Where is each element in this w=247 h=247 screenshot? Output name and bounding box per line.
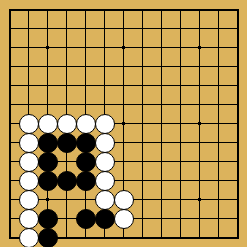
white-stone[interactable] — [95, 171, 115, 191]
board-point[interactable] — [152, 57, 171, 76]
grid-line-horizontal — [133, 9, 152, 11]
grid-line-horizontal — [171, 66, 190, 67]
board-point[interactable] — [19, 95, 38, 114]
board-point[interactable] — [190, 133, 209, 152]
grid-line-vertical — [237, 190, 239, 209]
grid-line-horizontal — [152, 104, 171, 105]
grid-line-vertical — [180, 190, 181, 209]
black-stone[interactable] — [38, 133, 58, 153]
board-point[interactable] — [19, 57, 38, 76]
board-point[interactable] — [209, 133, 228, 152]
grid-line-horizontal — [190, 9, 209, 11]
white-stone[interactable] — [19, 209, 39, 229]
board-point[interactable] — [95, 38, 114, 57]
board-point[interactable] — [114, 190, 133, 209]
black-stone[interactable] — [76, 152, 96, 172]
board-point[interactable] — [57, 114, 76, 133]
grid-line-vertical — [161, 114, 162, 133]
board-point[interactable] — [38, 76, 57, 95]
grid-line-horizontal — [133, 28, 152, 29]
white-stone[interactable] — [38, 114, 58, 134]
grid-line-horizontal — [9, 123, 20, 124]
board-point[interactable] — [76, 38, 95, 57]
board-point[interactable] — [133, 0, 152, 19]
white-stone[interactable] — [19, 114, 39, 134]
grid-line-vertical — [123, 114, 124, 133]
grid-line-horizontal — [57, 237, 76, 239]
black-stone[interactable] — [57, 133, 77, 153]
grid-line-horizontal — [152, 85, 171, 86]
grid-line-vertical — [237, 209, 239, 228]
grid-line-vertical — [123, 9, 124, 20]
board-point[interactable] — [57, 209, 76, 228]
board-point[interactable] — [133, 38, 152, 57]
board-point[interactable] — [76, 133, 95, 152]
board-point[interactable] — [171, 19, 190, 38]
board-point[interactable] — [228, 76, 247, 95]
board-point[interactable] — [171, 228, 190, 247]
board-point[interactable] — [133, 171, 152, 190]
board-point[interactable] — [190, 228, 209, 247]
board-point[interactable] — [76, 76, 95, 95]
grid-line-horizontal — [228, 66, 239, 67]
board-point[interactable] — [133, 76, 152, 95]
board-point[interactable] — [76, 114, 95, 133]
board-point[interactable] — [171, 57, 190, 76]
white-stone[interactable] — [95, 190, 115, 210]
board-point[interactable] — [209, 38, 228, 57]
board-point[interactable] — [190, 57, 209, 76]
board-point[interactable] — [38, 19, 57, 38]
board-point[interactable] — [38, 57, 57, 76]
grid-line-horizontal — [95, 28, 114, 29]
board-point[interactable] — [209, 57, 228, 76]
board-point[interactable] — [0, 0, 19, 19]
star-point — [198, 198, 201, 201]
grid-line-horizontal — [95, 237, 114, 239]
board-point[interactable] — [133, 19, 152, 38]
board-point[interactable] — [0, 38, 19, 57]
board-point[interactable] — [76, 171, 95, 190]
board-point[interactable] — [57, 95, 76, 114]
board-point[interactable] — [228, 19, 247, 38]
grid-line-vertical — [66, 76, 67, 95]
black-stone[interactable] — [76, 171, 96, 191]
board-point[interactable] — [19, 228, 38, 247]
white-stone[interactable] — [95, 152, 115, 172]
grid-line-horizontal — [190, 104, 209, 105]
grid-line-vertical — [66, 190, 67, 209]
board-point[interactable] — [95, 171, 114, 190]
white-stone[interactable] — [19, 228, 39, 247]
grid-line-horizontal — [133, 104, 152, 105]
grid-line-horizontal — [209, 104, 228, 105]
board-point[interactable] — [95, 57, 114, 76]
board-point[interactable] — [228, 38, 247, 57]
board-point[interactable] — [133, 190, 152, 209]
board-point[interactable] — [19, 76, 38, 95]
white-stone[interactable] — [57, 114, 77, 134]
board-point[interactable] — [171, 76, 190, 95]
board-point[interactable] — [38, 190, 57, 209]
board-point[interactable] — [38, 209, 57, 228]
black-stone[interactable] — [76, 133, 96, 153]
board-point[interactable] — [152, 152, 171, 171]
white-stone[interactable] — [114, 190, 134, 210]
grid-line-horizontal — [171, 199, 190, 200]
grid-line-horizontal — [190, 199, 209, 200]
board-point[interactable] — [57, 228, 76, 247]
grid-line-horizontal — [38, 47, 57, 48]
grid-line-vertical — [104, 57, 105, 76]
board-point[interactable] — [152, 0, 171, 19]
board-point[interactable] — [228, 228, 247, 247]
grid-line-horizontal — [190, 142, 209, 143]
board-point[interactable] — [57, 76, 76, 95]
board-point[interactable] — [209, 209, 228, 228]
board-point[interactable] — [114, 228, 133, 247]
grid-line-vertical — [123, 57, 124, 76]
grid-line-horizontal — [228, 199, 239, 200]
grid-line-horizontal — [76, 199, 95, 200]
board-point[interactable] — [95, 19, 114, 38]
white-stone[interactable] — [19, 190, 39, 210]
grid-line-vertical — [237, 95, 239, 114]
board-point[interactable] — [171, 133, 190, 152]
board-point[interactable] — [114, 76, 133, 95]
board-point[interactable] — [228, 133, 247, 152]
board-point[interactable] — [38, 114, 57, 133]
white-stone[interactable] — [19, 152, 39, 172]
board-point[interactable] — [19, 19, 38, 38]
board-point[interactable] — [133, 57, 152, 76]
grid-line-vertical — [142, 9, 143, 20]
board-point[interactable] — [95, 190, 114, 209]
grid-line-vertical — [161, 9, 162, 20]
grid-line-horizontal — [9, 142, 20, 143]
grid-line-horizontal — [152, 123, 171, 124]
grid-line-vertical — [9, 209, 11, 228]
grid-line-horizontal — [209, 47, 228, 48]
board-point[interactable] — [133, 228, 152, 247]
board-point[interactable] — [0, 152, 19, 171]
grid-line-vertical — [123, 152, 124, 171]
board-point[interactable] — [133, 209, 152, 228]
board-point[interactable] — [228, 57, 247, 76]
grid-line-horizontal — [9, 237, 20, 239]
grid-line-vertical — [28, 76, 29, 95]
grid-line-vertical — [237, 38, 239, 57]
star-point — [122, 122, 125, 125]
grid-line-horizontal — [228, 237, 239, 239]
grid-line-vertical — [47, 190, 48, 209]
board-point[interactable] — [38, 171, 57, 190]
white-stone[interactable] — [95, 114, 115, 134]
black-stone[interactable] — [57, 171, 77, 191]
board-point[interactable] — [38, 133, 57, 152]
board-point[interactable] — [38, 38, 57, 57]
board-point[interactable] — [209, 0, 228, 19]
grid-line-horizontal — [171, 180, 190, 181]
board-point[interactable] — [228, 190, 247, 209]
grid-line-vertical — [28, 9, 29, 20]
board-point[interactable] — [209, 190, 228, 209]
board-point[interactable] — [19, 190, 38, 209]
board-point[interactable] — [19, 209, 38, 228]
board-point[interactable] — [228, 114, 247, 133]
board-point[interactable] — [19, 38, 38, 57]
board-point[interactable] — [76, 190, 95, 209]
board-point[interactable] — [114, 0, 133, 19]
board-point[interactable] — [171, 209, 190, 228]
grid-line-horizontal — [228, 180, 239, 181]
board-point[interactable] — [152, 133, 171, 152]
board-point[interactable] — [114, 38, 133, 57]
grid-line-vertical — [180, 57, 181, 76]
white-stone[interactable] — [95, 133, 115, 153]
board-point[interactable] — [114, 133, 133, 152]
board-point[interactable] — [76, 209, 95, 228]
white-stone[interactable] — [19, 171, 39, 191]
grid-line-horizontal — [114, 28, 133, 29]
grid-line-vertical — [180, 152, 181, 171]
board-point[interactable] — [171, 114, 190, 133]
board-point[interactable] — [171, 171, 190, 190]
board-point[interactable] — [114, 19, 133, 38]
grid-line-horizontal — [9, 218, 20, 219]
board-point[interactable] — [19, 114, 38, 133]
board-point[interactable] — [114, 57, 133, 76]
board-point[interactable] — [38, 152, 57, 171]
grid-line-horizontal — [209, 66, 228, 67]
grid-line-vertical — [66, 228, 67, 239]
grid-line-horizontal — [171, 218, 190, 219]
board-point[interactable] — [152, 38, 171, 57]
board-point[interactable] — [133, 114, 152, 133]
board-point[interactable] — [114, 209, 133, 228]
board-point[interactable] — [114, 114, 133, 133]
grid-line-horizontal — [209, 28, 228, 29]
board-point[interactable] — [190, 190, 209, 209]
black-stone[interactable] — [38, 209, 58, 229]
grid-line-vertical — [218, 38, 219, 57]
star-point — [46, 198, 49, 201]
grid-line-horizontal — [38, 28, 57, 29]
board-point[interactable] — [95, 228, 114, 247]
board-point[interactable] — [190, 114, 209, 133]
black-stone[interactable] — [95, 209, 115, 229]
grid-line-vertical — [218, 76, 219, 95]
board-point[interactable] — [95, 95, 114, 114]
board-point[interactable] — [114, 95, 133, 114]
grid-line-vertical — [85, 95, 86, 114]
board-point[interactable] — [57, 190, 76, 209]
board-point[interactable] — [190, 0, 209, 19]
board-point[interactable] — [209, 95, 228, 114]
grid-line-vertical — [218, 209, 219, 228]
board-point[interactable] — [76, 95, 95, 114]
board-point[interactable] — [190, 76, 209, 95]
board-point[interactable] — [152, 171, 171, 190]
board-point[interactable] — [152, 209, 171, 228]
board-point[interactable] — [57, 57, 76, 76]
grid-line-vertical — [180, 114, 181, 133]
board-point[interactable] — [19, 0, 38, 19]
board-point[interactable] — [19, 152, 38, 171]
board-point[interactable] — [0, 76, 19, 95]
grid-line-vertical — [47, 38, 48, 57]
board-point[interactable] — [190, 38, 209, 57]
board-point[interactable] — [0, 171, 19, 190]
board-point[interactable] — [95, 76, 114, 95]
board-point[interactable] — [190, 152, 209, 171]
board-point[interactable] — [171, 190, 190, 209]
grid-line-horizontal — [133, 199, 152, 200]
white-stone[interactable] — [76, 114, 96, 134]
board-point[interactable] — [209, 228, 228, 247]
board-point[interactable] — [0, 95, 19, 114]
grid-line-vertical — [85, 228, 86, 239]
board-point[interactable] — [38, 228, 57, 247]
board-point[interactable] — [19, 133, 38, 152]
board-point[interactable] — [152, 114, 171, 133]
board-point[interactable] — [76, 152, 95, 171]
board-point[interactable] — [95, 114, 114, 133]
board-point[interactable] — [57, 38, 76, 57]
grid-line-horizontal — [209, 199, 228, 200]
grid-line-horizontal — [152, 218, 171, 219]
board-point[interactable] — [0, 209, 19, 228]
board-point[interactable] — [190, 171, 209, 190]
board-point[interactable] — [152, 228, 171, 247]
grid-line-vertical — [66, 57, 67, 76]
black-stone[interactable] — [38, 171, 58, 191]
board-point[interactable] — [76, 19, 95, 38]
board-point[interactable] — [133, 152, 152, 171]
grid-line-horizontal — [190, 161, 209, 162]
board-point[interactable] — [171, 38, 190, 57]
grid-line-vertical — [9, 57, 11, 76]
board-point[interactable] — [209, 152, 228, 171]
board-point[interactable] — [95, 133, 114, 152]
board-point[interactable] — [38, 0, 57, 19]
grid-line-horizontal — [76, 47, 95, 48]
black-stone[interactable] — [38, 152, 58, 172]
board-point[interactable] — [0, 133, 19, 152]
board-point[interactable] — [209, 19, 228, 38]
white-stone[interactable] — [19, 133, 39, 153]
board-point[interactable] — [76, 228, 95, 247]
board-point[interactable] — [152, 190, 171, 209]
grid-line-horizontal — [228, 85, 239, 86]
grid-line-horizontal — [133, 161, 152, 162]
grid-line-vertical — [199, 171, 200, 190]
black-stone[interactable] — [38, 228, 58, 247]
board-point[interactable] — [0, 57, 19, 76]
board-point[interactable] — [95, 209, 114, 228]
grid-line-horizontal — [228, 161, 239, 162]
board-point[interactable] — [190, 95, 209, 114]
board-point[interactable] — [152, 95, 171, 114]
board-point[interactable] — [228, 171, 247, 190]
board-point[interactable] — [76, 57, 95, 76]
board-point[interactable] — [228, 209, 247, 228]
grid-line-horizontal — [76, 237, 95, 239]
grid-line-horizontal — [114, 237, 133, 239]
grid-line-horizontal — [133, 142, 152, 143]
board-point[interactable] — [114, 171, 133, 190]
board-point[interactable] — [190, 209, 209, 228]
board-point[interactable] — [171, 152, 190, 171]
grid-line-horizontal — [171, 47, 190, 48]
board-point[interactable] — [57, 19, 76, 38]
board-point[interactable] — [209, 76, 228, 95]
board-point[interactable] — [152, 19, 171, 38]
grid-line-vertical — [104, 228, 105, 239]
board-point[interactable] — [0, 228, 19, 247]
board-point[interactable] — [171, 0, 190, 19]
board-point[interactable] — [133, 95, 152, 114]
board-point[interactable] — [0, 19, 19, 38]
board-point[interactable] — [209, 171, 228, 190]
board-point[interactable] — [57, 171, 76, 190]
white-stone[interactable] — [114, 209, 134, 229]
board-point[interactable] — [114, 152, 133, 171]
grid-line-vertical — [161, 228, 162, 239]
board-point[interactable] — [57, 152, 76, 171]
grid-line-horizontal — [209, 9, 228, 11]
board-point[interactable] — [19, 171, 38, 190]
board-point[interactable] — [228, 95, 247, 114]
board-point[interactable] — [57, 133, 76, 152]
board-point[interactable] — [38, 95, 57, 114]
board-point[interactable] — [0, 114, 19, 133]
grid-line-vertical — [9, 76, 11, 95]
grid-line-horizontal — [19, 9, 38, 11]
board-point[interactable] — [133, 133, 152, 152]
grid-line-vertical — [9, 152, 11, 171]
board-point[interactable] — [152, 76, 171, 95]
grid-line-horizontal — [76, 85, 95, 86]
grid-line-vertical — [218, 228, 219, 239]
grid-line-horizontal — [152, 199, 171, 200]
grid-line-horizontal — [209, 85, 228, 86]
grid-line-horizontal — [9, 104, 20, 105]
board-point[interactable] — [228, 0, 247, 19]
grid-line-vertical — [161, 19, 162, 38]
grid-line-horizontal — [76, 9, 95, 11]
board-point[interactable] — [0, 190, 19, 209]
board-point[interactable] — [190, 19, 209, 38]
grid-line-vertical — [142, 76, 143, 95]
board-point[interactable] — [228, 152, 247, 171]
board-point[interactable] — [76, 0, 95, 19]
grid-line-horizontal — [19, 47, 38, 48]
black-stone[interactable] — [76, 209, 96, 229]
grid-line-vertical — [199, 152, 200, 171]
grid-line-horizontal — [114, 142, 133, 143]
board-point[interactable] — [95, 0, 114, 19]
board-point[interactable] — [171, 95, 190, 114]
grid-line-horizontal — [95, 66, 114, 67]
board-point[interactable] — [57, 0, 76, 19]
board-point[interactable] — [95, 152, 114, 171]
grid-line-horizontal — [190, 180, 209, 181]
grid-line-horizontal — [190, 123, 209, 124]
grid-line-vertical — [85, 9, 86, 20]
board-point[interactable] — [209, 114, 228, 133]
grid-line-horizontal — [19, 28, 38, 29]
